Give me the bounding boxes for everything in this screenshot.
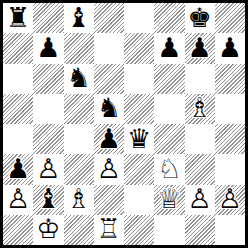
square-f3[interactable]: ♞♘ [154, 154, 184, 184]
square-a7[interactable] [3, 33, 33, 63]
square-f7[interactable]: ♟♟ [154, 33, 184, 63]
white-pawn-icon: ♙ [188, 185, 212, 212]
square-h4[interactable] [215, 124, 245, 154]
piece-black-pawn: ♟♟ [185, 33, 215, 63]
square-g2[interactable]: ♟♙ [185, 185, 215, 215]
square-h2[interactable]: ♟♙ [215, 185, 245, 215]
square-h5[interactable] [215, 94, 245, 124]
black-pawn-icon: ♟ [36, 34, 60, 61]
square-h8[interactable] [215, 3, 245, 33]
black-queen-icon: ♛ [127, 125, 151, 152]
square-d7[interactable] [94, 33, 124, 63]
square-h6[interactable] [215, 64, 245, 94]
square-c2[interactable]: ♝♗ [64, 185, 94, 215]
square-c6[interactable]: ♞♞ [64, 64, 94, 94]
square-c8[interactable]: ♝♝ [64, 3, 94, 33]
square-f5[interactable] [154, 94, 184, 124]
square-b6[interactable] [33, 64, 63, 94]
square-g7[interactable]: ♟♟ [185, 33, 215, 63]
white-king-icon: ♔ [36, 215, 60, 242]
square-d6[interactable] [94, 64, 124, 94]
square-g6[interactable] [185, 64, 215, 94]
piece-white-pawn: ♟♙ [94, 154, 124, 184]
piece-white-pawn: ♟♙ [185, 185, 215, 215]
square-b2[interactable]: ♝♝ [33, 185, 63, 215]
square-a6[interactable] [3, 64, 33, 94]
white-bishop-icon: ♗ [67, 185, 91, 212]
chess-board: ♜♜♝♝♚♚♟♟♟♟♟♟♟♟♞♞♞♞♝♗♟♟♛♛♟♟♟♙♟♙♞♘♟♙♝♝♝♗♛♕… [0, 0, 248, 248]
square-g4[interactable] [185, 124, 215, 154]
square-a4[interactable] [3, 124, 33, 154]
square-b7[interactable]: ♟♟ [33, 33, 63, 63]
square-f2[interactable]: ♛♕ [154, 185, 184, 215]
piece-white-king: ♚♔ [33, 215, 63, 245]
piece-white-rook: ♜♖ [94, 215, 124, 245]
square-b1[interactable]: ♚♔ [33, 215, 63, 245]
square-c5[interactable] [64, 94, 94, 124]
piece-white-bishop: ♝♗ [185, 94, 215, 124]
square-a5[interactable] [3, 94, 33, 124]
square-e8[interactable] [124, 3, 154, 33]
square-e6[interactable] [124, 64, 154, 94]
white-bishop-icon: ♗ [188, 94, 212, 121]
piece-white-queen: ♛♕ [154, 185, 184, 215]
square-f1[interactable] [154, 215, 184, 245]
square-b3[interactable]: ♟♙ [33, 154, 63, 184]
piece-black-pawn: ♟♟ [3, 154, 33, 184]
piece-black-pawn: ♟♟ [154, 33, 184, 63]
square-e7[interactable] [124, 33, 154, 63]
black-pawn-icon: ♟ [188, 34, 212, 61]
white-pawn-icon: ♙ [97, 155, 121, 182]
piece-black-knight: ♞♞ [64, 64, 94, 94]
piece-black-knight: ♞♞ [94, 94, 124, 124]
black-bishop-icon: ♝ [36, 185, 60, 212]
piece-white-knight: ♞♘ [154, 154, 184, 184]
black-pawn-icon: ♟ [218, 34, 242, 61]
square-b4[interactable] [33, 124, 63, 154]
piece-black-pawn: ♟♟ [94, 124, 124, 154]
black-bishop-icon: ♝ [67, 4, 91, 31]
square-c1[interactable] [64, 215, 94, 245]
black-knight-icon: ♞ [67, 64, 91, 91]
square-d4[interactable]: ♟♟ [94, 124, 124, 154]
square-d8[interactable] [94, 3, 124, 33]
square-e1[interactable] [124, 215, 154, 245]
square-d1[interactable]: ♜♖ [94, 215, 124, 245]
square-d3[interactable]: ♟♙ [94, 154, 124, 184]
square-e3[interactable] [124, 154, 154, 184]
square-a3[interactable]: ♟♟ [3, 154, 33, 184]
piece-black-pawn: ♟♟ [215, 33, 245, 63]
piece-white-bishop: ♝♗ [64, 185, 94, 215]
piece-black-rook: ♜♜ [3, 3, 33, 33]
piece-black-bishop: ♝♝ [33, 185, 63, 215]
square-c3[interactable] [64, 154, 94, 184]
square-e2[interactable] [124, 185, 154, 215]
square-g1[interactable] [185, 215, 215, 245]
square-f4[interactable] [154, 124, 184, 154]
square-a1[interactable] [3, 215, 33, 245]
square-e5[interactable] [124, 94, 154, 124]
white-rook-icon: ♖ [97, 215, 121, 242]
square-f6[interactable] [154, 64, 184, 94]
square-g3[interactable] [185, 154, 215, 184]
square-b5[interactable] [33, 94, 63, 124]
piece-black-pawn: ♟♟ [33, 33, 63, 63]
square-b8[interactable] [33, 3, 63, 33]
piece-white-pawn: ♟♙ [215, 185, 245, 215]
piece-black-king: ♚♚ [185, 3, 215, 33]
square-c4[interactable] [64, 124, 94, 154]
square-h1[interactable] [215, 215, 245, 245]
white-pawn-icon: ♙ [36, 155, 60, 182]
black-king-icon: ♚ [188, 4, 212, 31]
piece-black-bishop: ♝♝ [64, 3, 94, 33]
square-d2[interactable] [94, 185, 124, 215]
white-knight-icon: ♘ [157, 155, 181, 182]
square-f8[interactable] [154, 3, 184, 33]
piece-white-pawn: ♟♙ [33, 154, 63, 184]
black-pawn-icon: ♟ [97, 125, 121, 152]
square-c7[interactable] [64, 33, 94, 63]
square-h7[interactable]: ♟♟ [215, 33, 245, 63]
square-g8[interactable]: ♚♚ [185, 3, 215, 33]
square-a8[interactable]: ♜♜ [3, 3, 33, 33]
white-pawn-icon: ♙ [6, 185, 30, 212]
square-e4[interactable]: ♛♛ [124, 124, 154, 154]
black-knight-icon: ♞ [97, 94, 121, 121]
square-d5[interactable]: ♞♞ [94, 94, 124, 124]
white-pawn-icon: ♙ [218, 185, 242, 212]
black-rook-icon: ♜ [6, 4, 30, 31]
piece-black-queen: ♛♛ [124, 124, 154, 154]
black-pawn-icon: ♟ [157, 34, 181, 61]
black-pawn-icon: ♟ [6, 155, 30, 182]
square-g5[interactable]: ♝♗ [185, 94, 215, 124]
square-a2[interactable]: ♟♙ [3, 185, 33, 215]
square-h3[interactable] [215, 154, 245, 184]
white-queen-icon: ♕ [157, 185, 181, 212]
piece-white-pawn: ♟♙ [3, 185, 33, 215]
